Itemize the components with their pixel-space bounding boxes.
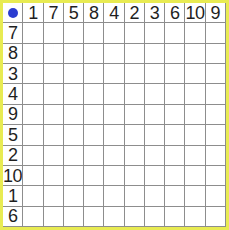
answer-cell[interactable]	[84, 207, 103, 226]
answer-cell[interactable]	[23, 186, 42, 205]
answer-cell[interactable]	[84, 84, 103, 103]
answer-cell[interactable]	[23, 23, 42, 42]
answer-cell[interactable]	[145, 125, 164, 144]
answer-cell[interactable]	[44, 186, 63, 205]
answer-cell[interactable]	[23, 207, 42, 226]
answer-cell[interactable]	[145, 186, 164, 205]
answer-cell[interactable]	[84, 105, 103, 124]
answer-cell[interactable]	[206, 105, 225, 124]
answer-cell[interactable]	[64, 207, 83, 226]
col-header-cell: 2	[125, 3, 144, 22]
row-header-cell: 4	[3, 84, 22, 103]
answer-cell[interactable]	[84, 23, 103, 42]
answer-cell[interactable]	[125, 44, 144, 63]
answer-cell[interactable]	[185, 186, 204, 205]
answer-cell[interactable]	[23, 125, 42, 144]
answer-cell[interactable]	[206, 166, 225, 185]
answer-cell[interactable]	[44, 23, 63, 42]
answer-cell[interactable]	[64, 105, 83, 124]
answer-cell[interactable]	[145, 84, 164, 103]
answer-cell[interactable]	[44, 166, 63, 185]
answer-cell[interactable]	[206, 146, 225, 165]
row-header-cell: 9	[3, 105, 22, 124]
answer-cell[interactable]	[206, 186, 225, 205]
row-header-cell: 7	[3, 23, 22, 42]
answer-cell[interactable]	[44, 64, 63, 83]
answer-cell[interactable]	[104, 23, 123, 42]
answer-cell[interactable]	[145, 44, 164, 63]
answer-cell[interactable]	[44, 84, 63, 103]
answer-cell[interactable]	[165, 166, 184, 185]
answer-cell[interactable]	[185, 166, 204, 185]
col-header-cell: 10	[185, 3, 204, 22]
answer-cell[interactable]	[23, 84, 42, 103]
answer-cell[interactable]	[125, 186, 144, 205]
answer-cell[interactable]	[44, 44, 63, 63]
answer-cell[interactable]	[125, 84, 144, 103]
answer-cell[interactable]	[64, 84, 83, 103]
col-header-cell: 9	[206, 3, 225, 22]
answer-cell[interactable]	[125, 146, 144, 165]
answer-cell[interactable]	[165, 64, 184, 83]
answer-cell[interactable]	[44, 146, 63, 165]
row-header-cell: 5	[3, 125, 22, 144]
answer-cell[interactable]	[185, 105, 204, 124]
answer-cell[interactable]	[64, 125, 83, 144]
answer-cell[interactable]	[206, 125, 225, 144]
answer-cell[interactable]	[44, 207, 63, 226]
row-header-cell: 6	[3, 207, 22, 226]
answer-cell[interactable]	[104, 125, 123, 144]
answer-cell[interactable]	[104, 84, 123, 103]
answer-cell[interactable]	[104, 166, 123, 185]
col-header-cell: 1	[23, 3, 42, 22]
answer-cell[interactable]	[44, 125, 63, 144]
answer-cell[interactable]	[64, 64, 83, 83]
col-header-cell: 7	[44, 3, 63, 22]
answer-cell[interactable]	[145, 105, 164, 124]
answer-cell[interactable]	[145, 146, 164, 165]
answer-cell[interactable]	[165, 146, 184, 165]
answer-cell[interactable]	[104, 64, 123, 83]
answer-cell[interactable]	[125, 64, 144, 83]
answer-cell[interactable]	[64, 146, 83, 165]
answer-cell[interactable]	[84, 166, 103, 185]
row-header-cell: 1	[3, 186, 22, 205]
answer-cell[interactable]	[125, 23, 144, 42]
row-header-cell: 10	[3, 166, 22, 185]
answer-cell[interactable]	[206, 23, 225, 42]
blue-dot-icon	[8, 8, 18, 18]
answer-cell[interactable]	[84, 44, 103, 63]
answer-cell[interactable]	[125, 125, 144, 144]
answer-cell[interactable]	[23, 44, 42, 63]
multiplication-grid: 1758423610978349521016	[0, 0, 229, 230]
answer-cell[interactable]	[44, 105, 63, 124]
col-header-cell: 5	[64, 3, 83, 22]
answer-cell[interactable]	[185, 84, 204, 103]
answer-cell[interactable]	[145, 64, 164, 83]
answer-cell[interactable]	[206, 64, 225, 83]
row-header-cell: 8	[3, 44, 22, 63]
corner-cell	[3, 3, 22, 22]
answer-cell[interactable]	[185, 64, 204, 83]
answer-cell[interactable]	[145, 23, 164, 42]
answer-cell[interactable]	[185, 44, 204, 63]
col-header-cell: 3	[145, 3, 164, 22]
col-header-cell: 8	[84, 3, 103, 22]
answer-cell[interactable]	[84, 125, 103, 144]
answer-cell[interactable]	[165, 105, 184, 124]
answer-cell[interactable]	[206, 207, 225, 226]
answer-cell[interactable]	[23, 166, 42, 185]
answer-cell[interactable]	[145, 166, 164, 185]
answer-cell[interactable]	[23, 105, 42, 124]
answer-cell[interactable]	[84, 146, 103, 165]
answer-cell[interactable]	[185, 207, 204, 226]
answer-cell[interactable]	[165, 23, 184, 42]
col-header-cell: 6	[165, 3, 184, 22]
answer-cell[interactable]	[206, 44, 225, 63]
answer-cell[interactable]	[104, 146, 123, 165]
answer-cell[interactable]	[125, 166, 144, 185]
answer-cell[interactable]	[206, 84, 225, 103]
answer-cell[interactable]	[104, 44, 123, 63]
answer-cell[interactable]	[84, 186, 103, 205]
col-header-cell: 4	[104, 3, 123, 22]
answer-cell[interactable]	[64, 186, 83, 205]
answer-cell[interactable]	[64, 44, 83, 63]
answer-cell[interactable]	[165, 44, 184, 63]
answer-cell[interactable]	[64, 23, 83, 42]
answer-cell[interactable]	[185, 23, 204, 42]
row-header-cell: 3	[3, 64, 22, 83]
answer-cell[interactable]	[185, 125, 204, 144]
answer-cell[interactable]	[165, 186, 184, 205]
answer-cell[interactable]	[23, 64, 42, 83]
answer-cell[interactable]	[23, 146, 42, 165]
answer-cell[interactable]	[84, 64, 103, 83]
answer-cell[interactable]	[104, 186, 123, 205]
answer-cell[interactable]	[165, 125, 184, 144]
answer-cell[interactable]	[165, 207, 184, 226]
answer-cell[interactable]	[165, 84, 184, 103]
answer-cell[interactable]	[125, 207, 144, 226]
row-header-cell: 2	[3, 146, 22, 165]
answer-cell[interactable]	[104, 207, 123, 226]
answer-cell[interactable]	[64, 166, 83, 185]
answer-cell[interactable]	[104, 105, 123, 124]
answer-cell[interactable]	[145, 207, 164, 226]
answer-cell[interactable]	[125, 105, 144, 124]
answer-cell[interactable]	[185, 146, 204, 165]
